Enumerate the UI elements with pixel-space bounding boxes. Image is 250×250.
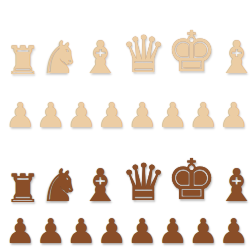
white-king: ♚ <box>166 24 216 80</box>
chess-set-photo: ♜♞♝♛♚♝♞♜ ♟♟♟♟♟♟♟♟ ♜♞♝♛♚♝♞♜ ♟♟♟♟♟♟♟♟ <box>0 0 250 250</box>
black-bishop: ♝ <box>80 163 120 208</box>
black-knight: ♞ <box>40 163 80 208</box>
black-pawn: ♟ <box>96 214 126 248</box>
black-king: ♚ <box>166 152 216 208</box>
black-back-rank-row: ♜♞♝♛♚♝♞♜ <box>0 126 250 208</box>
white-knight: ♞ <box>40 35 80 80</box>
black-pawn: ♟ <box>188 214 218 248</box>
white-rook: ♜ <box>5 41 40 80</box>
black-pawn: ♟ <box>66 214 96 248</box>
white-queen: ♛ <box>121 29 167 80</box>
white-back-rank-row: ♜♞♝♛♚♝♞♜ <box>0 0 250 80</box>
black-pawn: ♟ <box>218 214 248 248</box>
white-bishop: ♝ <box>80 35 120 80</box>
black-pawn: ♟ <box>157 214 187 248</box>
black-pawn: ♟ <box>127 214 157 248</box>
black-pawn: ♟ <box>35 214 65 248</box>
white-bishop: ♝ <box>217 35 250 80</box>
black-pawns-row: ♟♟♟♟♟♟♟♟ <box>0 206 250 248</box>
black-rook: ♜ <box>5 169 40 208</box>
black-queen: ♛ <box>121 157 167 208</box>
black-pawn: ♟ <box>5 214 35 248</box>
black-bishop: ♝ <box>217 163 250 208</box>
